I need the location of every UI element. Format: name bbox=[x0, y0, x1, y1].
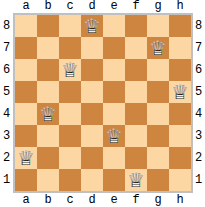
white-queen-h5: ♛♕ bbox=[169, 81, 191, 103]
white-queen-outline-glyph: ♕ bbox=[15, 147, 37, 169]
white-queen-b4: ♛♕ bbox=[37, 103, 59, 125]
file-label-a: a bbox=[15, 194, 37, 207]
square-d7[interactable] bbox=[81, 37, 103, 59]
rank-label-8: 8 bbox=[192, 15, 205, 37]
file-label-d: d bbox=[81, 0, 103, 13]
square-h2[interactable] bbox=[169, 147, 191, 169]
file-label-h: h bbox=[169, 0, 191, 13]
square-f2[interactable] bbox=[125, 147, 147, 169]
file-label-g: g bbox=[147, 194, 169, 207]
square-g8[interactable] bbox=[147, 15, 169, 37]
square-a6[interactable] bbox=[15, 59, 37, 81]
rank-label-8: 8 bbox=[0, 15, 13, 37]
square-g6[interactable] bbox=[147, 59, 169, 81]
square-c2[interactable] bbox=[59, 147, 81, 169]
rank-label-7: 7 bbox=[192, 37, 205, 59]
square-c4[interactable] bbox=[59, 103, 81, 125]
file-labels-bottom: abcdefgh bbox=[15, 193, 191, 207]
square-c7[interactable] bbox=[59, 37, 81, 59]
square-c5[interactable] bbox=[59, 81, 81, 103]
square-d5[interactable] bbox=[81, 81, 103, 103]
rank-label-5: 5 bbox=[192, 81, 205, 103]
square-d2[interactable] bbox=[81, 147, 103, 169]
rank-label-7: 7 bbox=[0, 37, 13, 59]
square-b7[interactable] bbox=[37, 37, 59, 59]
file-label-d: d bbox=[81, 194, 103, 207]
square-f6[interactable] bbox=[125, 59, 147, 81]
square-d8[interactable]: ♛♕ bbox=[81, 15, 103, 37]
rank-labels-right: 87654321 bbox=[192, 15, 205, 191]
square-a1[interactable] bbox=[15, 169, 37, 191]
square-h5[interactable]: ♛♕ bbox=[169, 81, 191, 103]
square-h1[interactable] bbox=[169, 169, 191, 191]
square-a8[interactable] bbox=[15, 15, 37, 37]
square-h6[interactable] bbox=[169, 59, 191, 81]
square-b2[interactable] bbox=[37, 147, 59, 169]
rank-label-4: 4 bbox=[192, 103, 205, 125]
file-label-c: c bbox=[59, 0, 81, 13]
rank-label-1: 1 bbox=[0, 169, 13, 191]
square-f8[interactable] bbox=[125, 15, 147, 37]
board: ♛♕♛♕♛♕♛♕♛♕♛♕♛♕♛♕ bbox=[13, 13, 193, 193]
eight-queens-diagram: abcdefgh 87654321 ♛♕♛♕♛♕♛♕♛♕♛♕♛♕♛♕ 87654… bbox=[0, 0, 205, 207]
file-label-e: e bbox=[103, 0, 125, 13]
white-queen-outline-glyph: ♕ bbox=[103, 125, 125, 147]
square-h7[interactable] bbox=[169, 37, 191, 59]
rank-label-3: 3 bbox=[0, 125, 13, 147]
square-d6[interactable] bbox=[81, 59, 103, 81]
white-queen-outline-glyph: ♕ bbox=[125, 169, 147, 191]
square-e1[interactable] bbox=[103, 169, 125, 191]
square-b1[interactable] bbox=[37, 169, 59, 191]
file-label-b: b bbox=[37, 0, 59, 13]
square-c1[interactable] bbox=[59, 169, 81, 191]
square-c3[interactable] bbox=[59, 125, 81, 147]
square-g5[interactable] bbox=[147, 81, 169, 103]
square-h3[interactable] bbox=[169, 125, 191, 147]
square-d1[interactable] bbox=[81, 169, 103, 191]
file-label-e: e bbox=[103, 194, 125, 207]
rank-label-2: 2 bbox=[192, 147, 205, 169]
square-d3[interactable] bbox=[81, 125, 103, 147]
square-b3[interactable] bbox=[37, 125, 59, 147]
white-queen-e3: ♛♕ bbox=[103, 125, 125, 147]
square-c8[interactable] bbox=[59, 15, 81, 37]
square-f5[interactable] bbox=[125, 81, 147, 103]
square-e2[interactable] bbox=[103, 147, 125, 169]
white-queen-f1: ♛♕ bbox=[125, 169, 147, 191]
square-e6[interactable] bbox=[103, 59, 125, 81]
file-label-b: b bbox=[37, 194, 59, 207]
white-queen-a2: ♛♕ bbox=[15, 147, 37, 169]
file-label-a: a bbox=[15, 0, 37, 13]
square-b8[interactable] bbox=[37, 15, 59, 37]
square-b5[interactable] bbox=[37, 81, 59, 103]
white-queen-outline-glyph: ♕ bbox=[147, 37, 169, 59]
square-f7[interactable] bbox=[125, 37, 147, 59]
square-a3[interactable] bbox=[15, 125, 37, 147]
file-label-f: f bbox=[125, 194, 147, 207]
square-g7[interactable]: ♛♕ bbox=[147, 37, 169, 59]
square-f4[interactable] bbox=[125, 103, 147, 125]
white-queen-outline-glyph: ♕ bbox=[37, 103, 59, 125]
rank-labels-left: 87654321 bbox=[0, 15, 13, 191]
square-g4[interactable] bbox=[147, 103, 169, 125]
square-d4[interactable] bbox=[81, 103, 103, 125]
square-a4[interactable] bbox=[15, 103, 37, 125]
square-f1[interactable]: ♛♕ bbox=[125, 169, 147, 191]
rank-label-1: 1 bbox=[192, 169, 205, 191]
square-g2[interactable] bbox=[147, 147, 169, 169]
file-labels-top: abcdefgh bbox=[15, 0, 191, 13]
square-f3[interactable] bbox=[125, 125, 147, 147]
rank-label-5: 5 bbox=[0, 81, 13, 103]
square-c6[interactable]: ♛♕ bbox=[59, 59, 81, 81]
white-queen-outline-glyph: ♕ bbox=[81, 15, 103, 37]
square-b6[interactable] bbox=[37, 59, 59, 81]
square-a7[interactable] bbox=[15, 37, 37, 59]
square-g1[interactable] bbox=[147, 169, 169, 191]
rank-label-2: 2 bbox=[0, 147, 13, 169]
square-h4[interactable] bbox=[169, 103, 191, 125]
white-queen-d8: ♛♕ bbox=[81, 15, 103, 37]
white-queen-outline-glyph: ♕ bbox=[59, 59, 81, 81]
rank-label-6: 6 bbox=[192, 59, 205, 81]
white-queen-g7: ♛♕ bbox=[147, 37, 169, 59]
file-label-g: g bbox=[147, 0, 169, 13]
square-b4[interactable]: ♛♕ bbox=[37, 103, 59, 125]
square-e5[interactable] bbox=[103, 81, 125, 103]
square-g3[interactable] bbox=[147, 125, 169, 147]
square-e7[interactable] bbox=[103, 37, 125, 59]
rank-label-3: 3 bbox=[192, 125, 205, 147]
white-queen-outline-glyph: ♕ bbox=[169, 81, 191, 103]
rank-label-4: 4 bbox=[0, 103, 13, 125]
file-label-f: f bbox=[125, 0, 147, 13]
file-label-c: c bbox=[59, 194, 81, 207]
square-e4[interactable] bbox=[103, 103, 125, 125]
file-label-h: h bbox=[169, 194, 191, 207]
square-e3[interactable]: ♛♕ bbox=[103, 125, 125, 147]
square-a2[interactable]: ♛♕ bbox=[15, 147, 37, 169]
square-h8[interactable] bbox=[169, 15, 191, 37]
square-e8[interactable] bbox=[103, 15, 125, 37]
white-queen-c6: ♛♕ bbox=[59, 59, 81, 81]
rank-label-6: 6 bbox=[0, 59, 13, 81]
square-a5[interactable] bbox=[15, 81, 37, 103]
